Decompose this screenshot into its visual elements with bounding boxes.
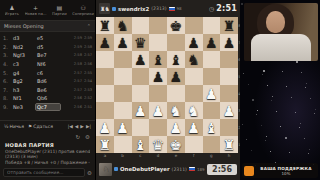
- star: [286, 86, 287, 87]
- player-badge-white: 189: [197, 167, 205, 172]
- square-f4[interactable]: [185, 85, 203, 102]
- chess-board[interactable]: ♜♞♚♜♟♟♛♟♟♟♟♝♝♞♟♟♟♟♟♞♞♟♟♟♟♟♝♜♝♛♚♜: [96, 17, 238, 153]
- move-number: 6.: [3, 78, 12, 84]
- move-row: 6.Bg2Bd62:572:54: [3, 77, 93, 86]
- star: [305, 87, 306, 88]
- square-g5[interactable]: [203, 68, 221, 85]
- webcam-feed: [244, 3, 318, 61]
- square-c6[interactable]: ♟: [132, 51, 150, 68]
- star: [304, 138, 305, 139]
- square-c3[interactable]: ♟: [132, 102, 150, 119]
- black-pawn: ♟: [96, 34, 114, 51]
- star: [296, 61, 298, 63]
- white-pawn: ♟: [203, 85, 221, 102]
- square-c5[interactable]: [132, 68, 150, 85]
- square-e8[interactable]: ♚: [167, 17, 185, 34]
- square-b5[interactable]: [114, 68, 132, 85]
- clock-white-active: 2:56: [207, 164, 237, 175]
- stream-column: ВАША ПОДДЕРЖКА 10%: [240, 0, 320, 180]
- white-knight: ♞: [167, 102, 185, 119]
- black-pawn: ♟: [149, 68, 167, 85]
- white-pawn: ♟: [132, 102, 150, 119]
- chat-input[interactable]: [3, 168, 85, 177]
- square-g4[interactable]: ♟: [203, 85, 221, 102]
- status-icon: [114, 167, 118, 171]
- player-badge-black: 98: [177, 6, 182, 11]
- black-bishop: ♝: [167, 51, 185, 68]
- support-value: 10%: [256, 171, 316, 176]
- star: [262, 74, 263, 75]
- square-a5[interactable]: [96, 68, 114, 85]
- star: [289, 152, 290, 153]
- star: [257, 110, 258, 111]
- move-row: 1.d3e52:592:59: [3, 34, 93, 43]
- star: [299, 127, 300, 128]
- black-pawn: ♟: [203, 34, 221, 51]
- move-times: 2:582:57: [74, 53, 93, 57]
- panel-tabs: ♟Играть+Новая па…▤Партии⚇Соперники: [0, 0, 95, 21]
- black-rook: ♜: [220, 17, 238, 34]
- move-number: 3.: [3, 52, 12, 58]
- resign-button[interactable]: ⚑ Сдаться: [28, 124, 53, 129]
- black-pawn: ♟: [220, 34, 238, 51]
- square-b6[interactable]: [114, 51, 132, 68]
- square-f2[interactable]: ♟: [185, 119, 203, 136]
- black-knight: ♞: [185, 51, 203, 68]
- move-number: 8.: [3, 95, 12, 101]
- white-pawn: ♟: [149, 102, 167, 119]
- star: [310, 98, 311, 99]
- square-f5[interactable]: [185, 68, 203, 85]
- first-move-button[interactable]: |◀: [68, 124, 73, 129]
- black-move[interactable]: Be7: [36, 52, 60, 58]
- square-a3[interactable]: [96, 102, 114, 119]
- star: [267, 85, 268, 86]
- square-h1[interactable]: ♜: [220, 136, 238, 153]
- prev-move-button[interactable]: ◀: [75, 124, 79, 129]
- square-d1[interactable]: ♛: [149, 136, 167, 153]
- square-b8[interactable]: ♞: [114, 17, 132, 34]
- square-f6[interactable]: ♞: [185, 51, 203, 68]
- clock-icon: ◷: [209, 5, 214, 12]
- move-row: 5.g4c62:572:55: [3, 68, 93, 77]
- square-c8[interactable]: [132, 17, 150, 34]
- star: [315, 109, 316, 110]
- flag-icon: ⚑: [28, 124, 32, 129]
- move-row: 3.Ngf3Be72:582:57: [3, 51, 93, 60]
- star: [251, 150, 252, 151]
- move-row: 7.h3Be62:572:53: [3, 86, 93, 95]
- move-number: 7.: [3, 87, 12, 93]
- star: [270, 151, 271, 152]
- black-king: ♚: [167, 17, 185, 34]
- square-f7[interactable]: ♟: [185, 34, 203, 51]
- star: [309, 149, 310, 150]
- status-icon: [112, 7, 116, 11]
- square-f1[interactable]: [185, 136, 203, 153]
- star: [266, 136, 267, 137]
- streamer-shirt: [251, 34, 311, 61]
- star: [246, 139, 247, 140]
- avatar[interactable]: ♘: [99, 163, 112, 176]
- square-a8[interactable]: ♜: [96, 17, 114, 34]
- player-name-white[interactable]: OneDebutPlayer: [120, 166, 170, 172]
- black-pawn: ♟: [185, 34, 203, 51]
- move-times: 2:572:54: [74, 79, 93, 83]
- tab-players[interactable]: ⚇Соперники: [71, 0, 95, 20]
- star: [291, 97, 292, 98]
- games-icon: ▤: [57, 5, 63, 11]
- black-rook: ♜: [96, 17, 114, 34]
- square-d2[interactable]: [149, 119, 167, 136]
- white-king: ♚: [167, 136, 185, 153]
- move-row: 4.c3Nf62:582:56: [3, 60, 93, 69]
- support-widget: ВАША ПОДДЕРЖКА 10%: [242, 163, 318, 178]
- white-queen: ♛: [149, 136, 167, 153]
- move-number: 2.: [3, 44, 12, 50]
- star: [276, 111, 277, 112]
- play-icon: ♟: [9, 5, 14, 11]
- move-list: 1.d3e52:592:592.Nd2d52:592:583.Ngf3Be72:…: [0, 32, 95, 120]
- collapse-icon[interactable]: ⌃: [87, 23, 91, 29]
- star: [301, 72, 302, 73]
- move-times: 2:582:56: [74, 62, 93, 66]
- square-c1[interactable]: ♝: [132, 136, 150, 153]
- white-move[interactable]: Bg2: [12, 78, 36, 84]
- white-move[interactable]: Nf1: [12, 95, 36, 101]
- square-g3[interactable]: [203, 102, 221, 119]
- flag-icon: [169, 7, 175, 11]
- square-g6[interactable]: [203, 51, 221, 68]
- square-a6[interactable]: [96, 51, 114, 68]
- draw-button[interactable]: ½ Ничья: [4, 124, 24, 129]
- game-toolbar: ½ Ничья ⚑ Сдаться |◀ ◀ ▶ ▶|: [0, 120, 95, 132]
- white-pawn: ♟: [185, 119, 203, 136]
- square-b3[interactable]: [114, 102, 132, 119]
- black-pawn: ♟: [167, 68, 185, 85]
- black-bishop: ♝: [149, 51, 167, 68]
- new-game-title: НОВАЯ ПАРТИЯ: [5, 142, 90, 148]
- black-move[interactable]: Be6: [36, 87, 60, 93]
- move-row: 8.Nf1Qb62:562:52: [3, 94, 93, 103]
- black-move[interactable]: c6: [36, 70, 60, 76]
- square-e2[interactable]: ♟: [167, 119, 185, 136]
- square-h4[interactable]: [220, 85, 238, 102]
- square-a4[interactable]: [96, 85, 114, 102]
- panel-icons: ↻ ⚙: [0, 132, 95, 141]
- streamer-face: [266, 11, 285, 33]
- tab-new-game[interactable]: +Новая па…: [24, 0, 48, 20]
- tab-label: Партии: [52, 12, 67, 16]
- black-move[interactable]: d5: [36, 44, 60, 50]
- black-move[interactable]: Qb6: [36, 95, 60, 101]
- move-number: 9.: [3, 104, 12, 110]
- square-b2[interactable]: ♟: [114, 119, 132, 136]
- white-move[interactable]: Ne3: [12, 104, 36, 110]
- star: [280, 126, 281, 127]
- move-times: 2:572:53: [74, 88, 93, 92]
- square-b1[interactable]: [114, 136, 132, 153]
- square-c2[interactable]: [132, 119, 150, 136]
- star: [265, 140, 266, 141]
- tab-label: Играть: [5, 12, 19, 16]
- white-bishop: ♝: [132, 136, 150, 153]
- black-move[interactable]: Bd6: [36, 78, 60, 84]
- move-times: 2:592:59: [74, 36, 93, 40]
- next-move-button[interactable]: ▶: [80, 124, 84, 129]
- white-move[interactable]: c3: [12, 61, 36, 67]
- square-d6[interactable]: ♝: [149, 51, 167, 68]
- star: [261, 125, 262, 126]
- square-g7[interactable]: ♟: [203, 34, 221, 51]
- square-c7[interactable]: ♛: [132, 34, 150, 51]
- move-nav: |◀ ◀ ▶ ▶|: [68, 124, 91, 129]
- move-times: 2:562:52: [74, 96, 93, 100]
- black-queen: ♛: [132, 34, 150, 51]
- white-move[interactable]: g4: [12, 70, 36, 76]
- move-number: 1.: [3, 35, 12, 41]
- white-rook: ♜: [220, 136, 238, 153]
- square-d4[interactable]: [149, 85, 167, 102]
- square-a1[interactable]: ♜: [96, 136, 114, 153]
- chat-row: ⚙: [0, 166, 95, 180]
- rating-change-line: Победа +8 / Ничья +0 / Поражение -8: [5, 160, 90, 165]
- square-e5[interactable]: ♟: [167, 68, 185, 85]
- black-move[interactable]: e5: [36, 35, 60, 41]
- gear-icon[interactable]: ⚙: [85, 134, 90, 140]
- board-column: ♜♞ swendrix2 (2313) 98 ◷ 2:51 ♜♞♚♜♟♟♛♟♟♟…: [96, 0, 240, 180]
- new-game-summary: НОВАЯ ПАРТИЯ OneDebutPlayer (2311) проти…: [0, 141, 95, 165]
- move-number: 5.: [3, 70, 12, 76]
- clock-black: 2:51: [216, 4, 237, 13]
- move-row: 2.Nd2d52:592:58: [3, 43, 93, 52]
- move-times: 2:572:55: [74, 71, 93, 75]
- left-panel: ♟Играть+Новая па…▤Партии⚇Соперники Miese…: [0, 0, 96, 180]
- black-pawn: ♟: [114, 34, 132, 51]
- white-pawn: ♟: [220, 102, 238, 119]
- star: [282, 71, 283, 72]
- black-move[interactable]: Nf6: [36, 61, 60, 67]
- square-d5[interactable]: ♟: [149, 68, 167, 85]
- player-rating-white: (2311): [172, 167, 187, 172]
- square-h3[interactable]: ♟: [220, 102, 238, 119]
- avatar[interactable]: ♜♞: [99, 3, 110, 14]
- move-times: 2:562:51: [74, 105, 93, 109]
- draw-icon: ½: [4, 124, 8, 129]
- black-knight: ♞: [114, 17, 132, 34]
- player-rating-black: (2313): [151, 6, 166, 11]
- square-e4[interactable]: [167, 85, 185, 102]
- white-move[interactable]: Ngf3: [12, 52, 36, 58]
- opening-name: Mieses Opening: [4, 23, 44, 29]
- white-bishop: ♝: [203, 119, 221, 136]
- stream-screen: ♟Играть+Новая па…▤Партии⚇Соперники Miese…: [0, 0, 320, 180]
- star: [295, 112, 296, 113]
- player-name-black[interactable]: swendrix2: [118, 6, 149, 12]
- star: [306, 83, 307, 84]
- move-row: 9.Ne3Qc72:562:51: [3, 103, 93, 112]
- opening-row[interactable]: Mieses Opening ⌃: [0, 21, 95, 32]
- flag-icon: [189, 167, 195, 171]
- donation-icon: [244, 166, 254, 176]
- square-a7[interactable]: ♟: [96, 34, 114, 51]
- white-pawn: ♟: [96, 119, 114, 136]
- star: [252, 99, 254, 101]
- players-icon: ⚇: [80, 5, 85, 11]
- square-g2[interactable]: ♝: [203, 119, 221, 136]
- square-d3[interactable]: ♟: [149, 102, 167, 119]
- square-e1[interactable]: ♚: [167, 136, 185, 153]
- square-e3[interactable]: ♞: [167, 102, 185, 119]
- white-rook: ♜: [96, 136, 114, 153]
- square-f3[interactable]: ♞: [185, 102, 203, 119]
- star: [285, 137, 287, 139]
- tab-games[interactable]: ▤Партии: [48, 0, 72, 20]
- star: [256, 114, 257, 115]
- star: [243, 73, 244, 74]
- top-player-bar: ♜♞ swendrix2 (2313) 98 ◷ 2:51: [96, 0, 240, 17]
- white-knight: ♞: [185, 102, 203, 119]
- last-move-button[interactable]: ▶|: [86, 124, 91, 129]
- black-pawn: ♟: [132, 51, 150, 68]
- move-number: 4.: [3, 61, 12, 67]
- tab-label: Новая па…: [25, 12, 47, 16]
- new-game-icon: +: [33, 5, 38, 11]
- square-b7[interactable]: ♟: [114, 34, 132, 51]
- support-title: ВАША ПОДДЕРЖКА: [256, 166, 316, 171]
- white-move[interactable]: d3: [12, 35, 36, 41]
- white-pawn: ♟: [167, 119, 185, 136]
- square-a2[interactable]: ♟: [96, 119, 114, 136]
- white-move[interactable]: Nd2: [12, 44, 36, 50]
- flip-board-icon[interactable]: ↻: [75, 134, 80, 140]
- square-g1[interactable]: [203, 136, 221, 153]
- move-times: 2:592:58: [74, 45, 93, 49]
- black-move[interactable]: Qc7: [36, 104, 60, 110]
- square-f8[interactable]: [185, 17, 203, 34]
- square-e7[interactable]: [167, 34, 185, 51]
- square-h2[interactable]: [220, 119, 238, 136]
- square-e6[interactable]: ♝: [167, 51, 185, 68]
- square-b4[interactable]: [114, 85, 132, 102]
- star: [300, 123, 301, 124]
- square-h5[interactable]: [220, 68, 238, 85]
- tab-play[interactable]: ♟Играть: [0, 0, 24, 20]
- star: [241, 3, 243, 5]
- square-h6[interactable]: [220, 51, 238, 68]
- star: [272, 96, 273, 97]
- star: [248, 84, 249, 85]
- square-c4[interactable]: [132, 85, 150, 102]
- square-d7[interactable]: [149, 34, 167, 51]
- star: [263, 70, 265, 72]
- square-h8[interactable]: ♜: [220, 17, 238, 34]
- square-d8[interactable]: [149, 17, 167, 34]
- bottom-player-bar: ♘ OneDebutPlayer (2311) 189 2:56: [96, 158, 240, 180]
- star: [242, 124, 243, 125]
- white-move[interactable]: h3: [12, 87, 36, 93]
- chat-settings-icon[interactable]: ⚙: [87, 170, 92, 176]
- square-h7[interactable]: ♟: [220, 34, 238, 51]
- star: [271, 100, 272, 101]
- tab-label: Соперники: [72, 12, 94, 16]
- star: [308, 153, 309, 154]
- white-pawn: ♟: [114, 119, 132, 136]
- square-g8[interactable]: [203, 17, 221, 34]
- star: [314, 113, 315, 114]
